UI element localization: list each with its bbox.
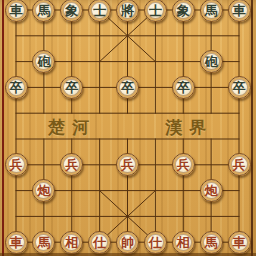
piece-character: 兵 xyxy=(61,154,82,175)
piece-black-chariot[interactable]: 車 xyxy=(5,0,28,22)
piece-character: 相 xyxy=(61,232,82,253)
piece-character: 砲 xyxy=(201,51,222,72)
piece-character: 車 xyxy=(229,232,250,253)
piece-character: 象 xyxy=(173,0,194,21)
piece-character: 卒 xyxy=(173,77,194,98)
piece-character: 相 xyxy=(173,232,194,253)
piece-character: 仕 xyxy=(145,232,166,253)
piece-red-cannon[interactable]: 炮 xyxy=(32,179,55,202)
piece-black-cannon[interactable]: 砲 xyxy=(200,50,223,73)
piece-black-advisor[interactable]: 士 xyxy=(144,0,167,22)
piece-red-advisor[interactable]: 仕 xyxy=(88,231,111,254)
piece-red-elephant[interactable]: 相 xyxy=(172,231,195,254)
piece-character: 車 xyxy=(6,0,27,21)
piece-black-soldier[interactable]: 卒 xyxy=(5,76,28,99)
piece-black-soldier[interactable]: 卒 xyxy=(60,76,83,99)
piece-character: 士 xyxy=(145,0,166,21)
piece-character: 卒 xyxy=(117,77,138,98)
board-grid-lines xyxy=(0,0,256,256)
piece-character: 車 xyxy=(229,0,250,21)
piece-red-soldier[interactable]: 兵 xyxy=(228,153,251,176)
piece-character: 將 xyxy=(117,0,138,21)
piece-black-general[interactable]: 將 xyxy=(116,0,139,22)
piece-red-advisor[interactable]: 仕 xyxy=(144,231,167,254)
piece-character: 帥 xyxy=(117,232,138,253)
piece-character: 馬 xyxy=(201,0,222,21)
piece-black-soldier[interactable]: 卒 xyxy=(228,76,251,99)
piece-character: 兵 xyxy=(117,154,138,175)
piece-black-advisor[interactable]: 士 xyxy=(88,0,111,22)
piece-black-elephant[interactable]: 象 xyxy=(60,0,83,22)
piece-character: 砲 xyxy=(33,51,54,72)
piece-character: 馬 xyxy=(33,0,54,21)
piece-character: 卒 xyxy=(229,77,250,98)
piece-red-chariot[interactable]: 車 xyxy=(5,231,28,254)
piece-black-horse[interactable]: 馬 xyxy=(32,0,55,22)
river-label-han-jie: 漢界 xyxy=(161,114,217,140)
piece-character: 仕 xyxy=(89,232,110,253)
piece-red-elephant[interactable]: 相 xyxy=(60,231,83,254)
piece-black-cannon[interactable]: 砲 xyxy=(32,50,55,73)
river-label-chu-he: 楚河 xyxy=(44,114,100,140)
board-right-edge-line xyxy=(251,0,253,256)
piece-character: 炮 xyxy=(33,180,54,201)
piece-red-cannon[interactable]: 炮 xyxy=(200,179,223,202)
piece-black-soldier[interactable]: 卒 xyxy=(172,76,195,99)
piece-character: 車 xyxy=(6,232,27,253)
piece-black-horse[interactable]: 馬 xyxy=(200,0,223,22)
piece-black-elephant[interactable]: 象 xyxy=(172,0,195,22)
piece-red-soldier[interactable]: 兵 xyxy=(5,153,28,176)
piece-red-general[interactable]: 帥 xyxy=(116,231,139,254)
piece-red-horse[interactable]: 馬 xyxy=(200,231,223,254)
piece-black-soldier[interactable]: 卒 xyxy=(116,76,139,99)
piece-red-soldier[interactable]: 兵 xyxy=(172,153,195,176)
piece-character: 馬 xyxy=(201,232,222,253)
piece-character: 卒 xyxy=(6,77,27,98)
piece-character: 士 xyxy=(89,0,110,21)
board-left-edge-line xyxy=(2,0,4,256)
xiangqi-board[interactable]: 楚河 漢界 車馬象士將士象馬車砲砲卒卒卒卒卒兵兵兵兵兵炮炮車馬相仕帥仕相馬車 xyxy=(0,0,256,256)
piece-character: 兵 xyxy=(6,154,27,175)
piece-character: 炮 xyxy=(201,180,222,201)
piece-red-soldier[interactable]: 兵 xyxy=(60,153,83,176)
piece-character: 兵 xyxy=(173,154,194,175)
piece-black-chariot[interactable]: 車 xyxy=(228,0,251,22)
piece-character: 卒 xyxy=(61,77,82,98)
piece-character: 馬 xyxy=(33,232,54,253)
piece-red-soldier[interactable]: 兵 xyxy=(116,153,139,176)
piece-red-chariot[interactable]: 車 xyxy=(228,231,251,254)
piece-character: 象 xyxy=(61,0,82,21)
piece-red-horse[interactable]: 馬 xyxy=(32,231,55,254)
piece-character: 兵 xyxy=(229,154,250,175)
